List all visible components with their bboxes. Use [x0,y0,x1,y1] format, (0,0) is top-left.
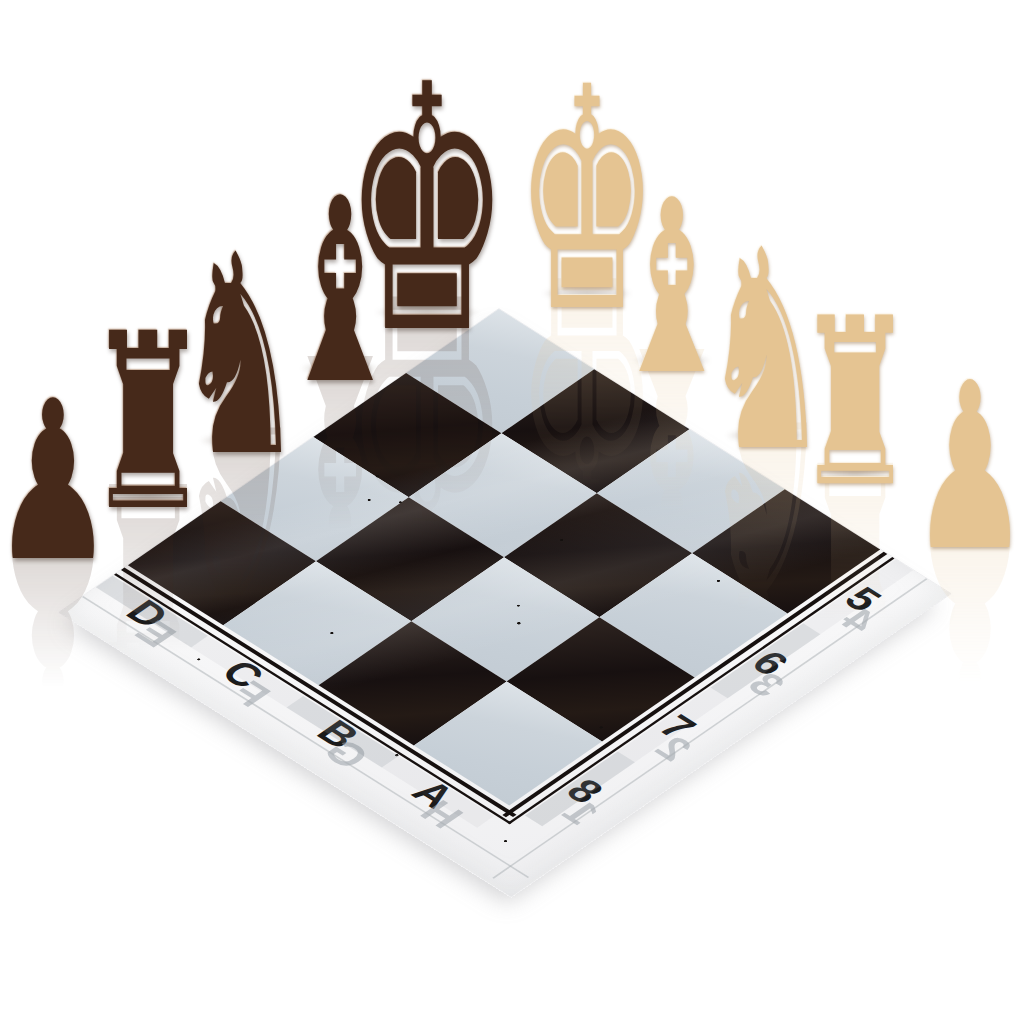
piece-dark-king: ♚ [343,41,510,380]
piece-light-rook: ♜ [795,288,915,519]
piece-light-pawn: ♟ [910,353,1024,583]
chess-set-photo: DECFBGAH54637281 ♟♟♜♜♞♞♝♝♚♚♚♚♝♝♞♞♜♜♟♟ [0,0,1024,1024]
pieces-layer: ♟♟♜♜♞♞♝♝♚♚♚♚♝♝♞♞♜♜♟♟ [0,0,1024,1024]
